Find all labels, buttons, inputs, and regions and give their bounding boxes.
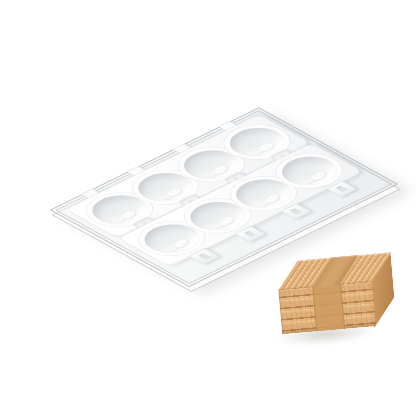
bundle-front-face (278, 281, 376, 334)
stick-channel-bump (165, 187, 184, 197)
popsicle-stick-bundle-stack (256, 250, 400, 361)
stick-channel-bump (217, 216, 236, 226)
stick-channel-bump (211, 165, 230, 175)
kraft-band-top (312, 255, 358, 287)
stick-channel-bump (309, 171, 328, 181)
stick-channel-bump (119, 210, 138, 220)
stick-channel-bump (257, 142, 276, 152)
kraft-band-front (312, 284, 345, 331)
stick-channel-bump (263, 193, 282, 203)
stick-channel-bump (172, 238, 191, 248)
product-photo (0, 0, 416, 420)
